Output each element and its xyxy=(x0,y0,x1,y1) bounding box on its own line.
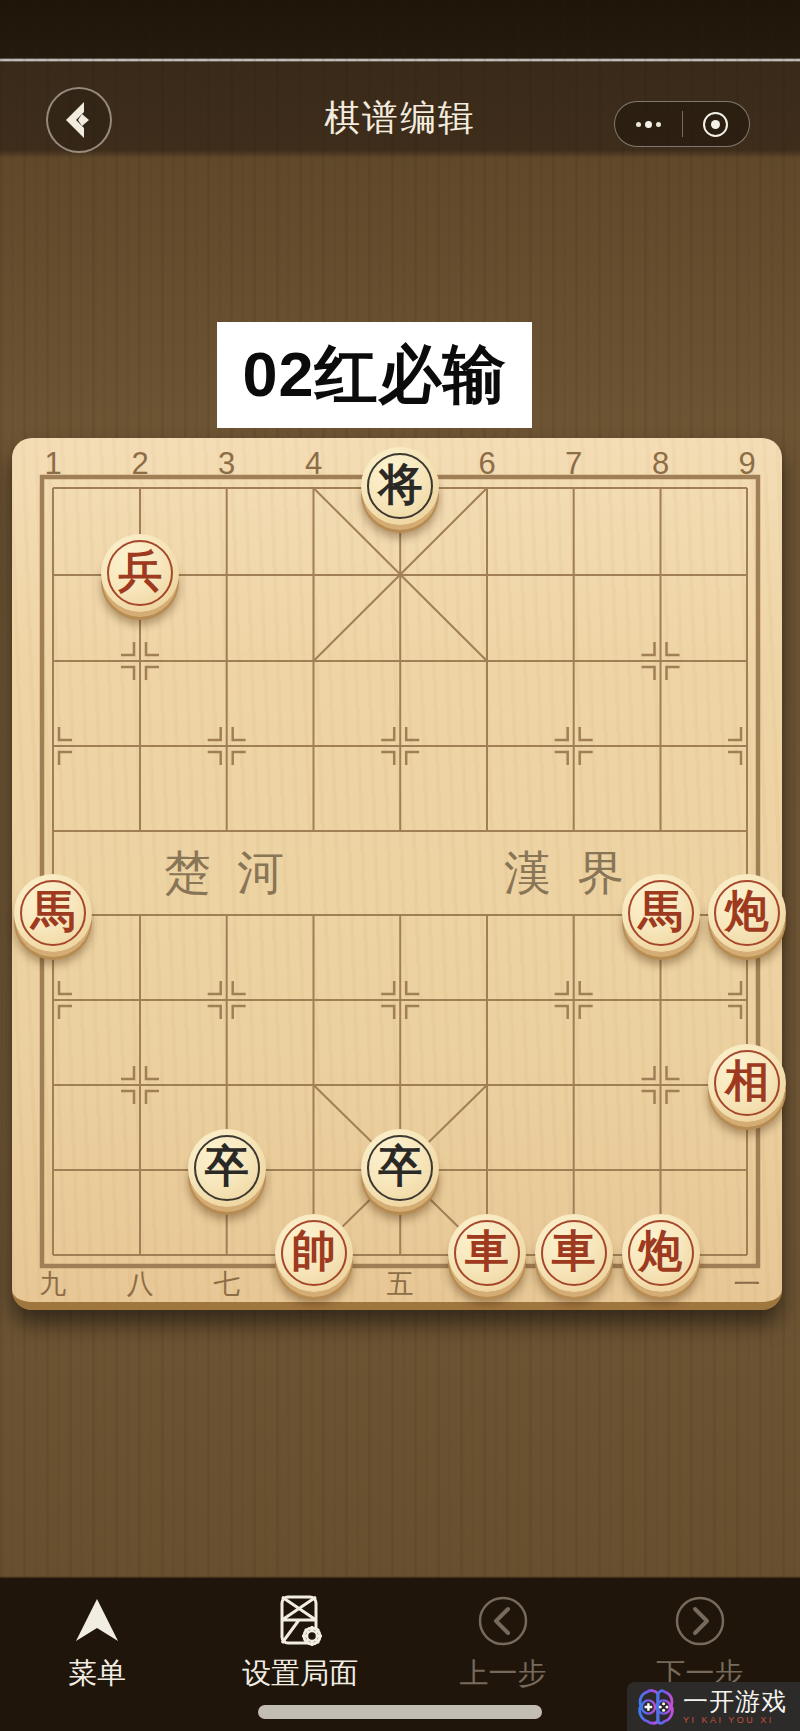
watermark-title: 一开游戏 xyxy=(683,1688,787,1714)
piece-red-馬[interactable]: 馬 xyxy=(14,874,92,952)
piece-black-卒[interactable]: 卒 xyxy=(361,1129,439,1207)
piece-glyph: 帥 xyxy=(292,1230,336,1274)
piece-glyph: 相 xyxy=(725,1060,769,1104)
piece-glyph: 馬 xyxy=(639,890,683,934)
puzzle-title: 02红必输 xyxy=(242,332,506,418)
piece-glyph: 炮 xyxy=(639,1230,683,1274)
prev-step-icon xyxy=(413,1590,593,1652)
piece-glyph: 馬 xyxy=(31,890,75,934)
river-label-chu-he: 楚河 xyxy=(164,842,310,905)
file-number-top: 4 xyxy=(305,446,322,482)
piece-glyph: 車 xyxy=(552,1230,596,1274)
watermark-subtitle: YI KAI YOU XI xyxy=(683,1715,787,1725)
file-number-top: 3 xyxy=(218,446,235,482)
file-number-bottom: 一 xyxy=(734,1266,761,1302)
menu-arrow-icon xyxy=(7,1590,187,1652)
piece-red-車[interactable]: 車 xyxy=(448,1214,526,1292)
file-number-top: 7 xyxy=(565,446,582,482)
yikai-games-logo-icon xyxy=(637,1688,675,1726)
piece-black-卒[interactable]: 卒 xyxy=(188,1129,266,1207)
piece-glyph: 卒 xyxy=(378,1145,422,1189)
tab-next-step[interactable]: 下一步 xyxy=(610,1578,790,1694)
file-number-top: 1 xyxy=(44,446,61,482)
file-number-bottom: 八 xyxy=(127,1266,154,1302)
tab-setup-position[interactable]: 设置局面 xyxy=(210,1578,390,1694)
file-number-bottom: 七 xyxy=(213,1266,240,1302)
piece-red-炮[interactable]: 炮 xyxy=(708,874,786,952)
board-setup-icon xyxy=(210,1590,390,1652)
xiangqi-editor-screen: { "app": { "title": "棋谱编辑" }, "banner": … xyxy=(0,0,800,1731)
piece-glyph: 兵 xyxy=(118,550,162,594)
tab-menu[interactable]: 菜单 xyxy=(7,1578,187,1694)
more-button[interactable] xyxy=(615,102,682,146)
piece-glyph: 車 xyxy=(465,1230,509,1274)
xiangqi-board[interactable]: 楚河 漢界 123456789九八七六五四三二一将兵馬馬炮相卒卒帥車車炮 xyxy=(12,438,782,1310)
file-number-top: 9 xyxy=(738,446,755,482)
ellipsis-icon xyxy=(636,121,661,128)
piece-red-馬[interactable]: 馬 xyxy=(622,874,700,952)
target-icon xyxy=(703,112,728,137)
minimize-button[interactable] xyxy=(683,102,750,146)
piece-red-炮[interactable]: 炮 xyxy=(622,1214,700,1292)
piece-glyph: 卒 xyxy=(205,1145,249,1189)
wechat-capsule xyxy=(614,101,750,147)
file-number-top: 8 xyxy=(652,446,669,482)
file-number-top: 6 xyxy=(478,446,495,482)
tab-previous-step[interactable]: 上一步 xyxy=(413,1578,593,1694)
piece-red-車[interactable]: 車 xyxy=(535,1214,613,1292)
home-indicator[interactable] xyxy=(258,1705,542,1719)
next-step-icon xyxy=(610,1590,790,1652)
file-number-top: 2 xyxy=(131,446,148,482)
watermark-badge: 一开游戏 YI KAI YOU XI xyxy=(627,1682,800,1731)
puzzle-title-banner: 02红必输 xyxy=(217,322,532,428)
piece-red-帥[interactable]: 帥 xyxy=(275,1214,353,1292)
piece-red-兵[interactable]: 兵 xyxy=(101,534,179,612)
piece-black-将[interactable]: 将 xyxy=(361,447,439,525)
file-number-bottom: 九 xyxy=(40,1266,67,1302)
file-number-bottom: 五 xyxy=(387,1266,414,1302)
piece-glyph: 将 xyxy=(378,463,422,507)
piece-red-相[interactable]: 相 xyxy=(708,1044,786,1122)
piece-glyph: 炮 xyxy=(725,890,769,934)
